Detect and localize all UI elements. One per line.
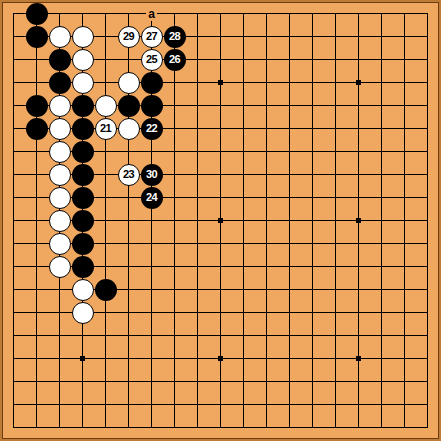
board-cell[interactable]: [416, 209, 439, 232]
board-cell[interactable]: [117, 324, 140, 347]
board-cell[interactable]: [209, 163, 232, 186]
board-cell[interactable]: [71, 94, 94, 117]
board-cell[interactable]: [232, 163, 255, 186]
board-cell[interactable]: [71, 2, 94, 25]
board-cell[interactable]: [370, 2, 393, 25]
board-cell[interactable]: [370, 25, 393, 48]
board-cell[interactable]: [347, 186, 370, 209]
board-cell[interactable]: [232, 25, 255, 48]
board-cell[interactable]: [347, 278, 370, 301]
board-cell[interactable]: [370, 163, 393, 186]
board-cell[interactable]: [393, 2, 416, 25]
board-cell[interactable]: [209, 2, 232, 25]
board-cell[interactable]: [232, 71, 255, 94]
board-cell[interactable]: [163, 301, 186, 324]
board-cell[interactable]: [117, 255, 140, 278]
board-cell[interactable]: [209, 71, 232, 94]
board-cell[interactable]: 27: [140, 25, 163, 48]
board-cell[interactable]: [278, 347, 301, 370]
board-cell[interactable]: [186, 48, 209, 71]
board-cell[interactable]: [186, 255, 209, 278]
board-cell[interactable]: 29: [117, 25, 140, 48]
board-cell[interactable]: [48, 94, 71, 117]
board-cell[interactable]: [393, 140, 416, 163]
board-cell[interactable]: [301, 2, 324, 25]
board-cell[interactable]: [393, 347, 416, 370]
board-cell[interactable]: [278, 232, 301, 255]
board-cell[interactable]: [2, 209, 25, 232]
board-cell[interactable]: [94, 94, 117, 117]
board-cell[interactable]: [2, 370, 25, 393]
board-cell[interactable]: [301, 255, 324, 278]
board-cell[interactable]: [278, 393, 301, 416]
board-cell[interactable]: [186, 278, 209, 301]
board-cell[interactable]: [301, 163, 324, 186]
board-cell[interactable]: [117, 71, 140, 94]
board-cell[interactable]: [117, 117, 140, 140]
board-cell[interactable]: [94, 71, 117, 94]
board-cell[interactable]: [370, 117, 393, 140]
board-cell[interactable]: [71, 347, 94, 370]
board-cell[interactable]: [324, 278, 347, 301]
board-cell[interactable]: [393, 163, 416, 186]
board-cell[interactable]: [140, 71, 163, 94]
board-cell[interactable]: [2, 278, 25, 301]
board-cell[interactable]: [48, 163, 71, 186]
board-cell[interactable]: [163, 393, 186, 416]
board-cell[interactable]: [140, 301, 163, 324]
board-cell[interactable]: [163, 140, 186, 163]
board-cell[interactable]: [324, 25, 347, 48]
board-cell[interactable]: [301, 140, 324, 163]
board-cell[interactable]: [370, 71, 393, 94]
board-cell[interactable]: [347, 163, 370, 186]
board-cell[interactable]: [232, 209, 255, 232]
board-cell[interactable]: [163, 2, 186, 25]
board-cell[interactable]: [48, 393, 71, 416]
board-cell[interactable]: [25, 209, 48, 232]
board-cell[interactable]: [94, 416, 117, 439]
board-cell[interactable]: [2, 48, 25, 71]
board-cell[interactable]: [94, 347, 117, 370]
board-cell[interactable]: [163, 232, 186, 255]
board-cell[interactable]: [25, 255, 48, 278]
board-cell[interactable]: [347, 370, 370, 393]
board-cell[interactable]: [209, 140, 232, 163]
board-cell[interactable]: [347, 48, 370, 71]
board-cell[interactable]: [301, 393, 324, 416]
board-cell[interactable]: [301, 347, 324, 370]
board-cell[interactable]: a: [140, 2, 163, 25]
board-cell[interactable]: [416, 2, 439, 25]
board-cell[interactable]: [94, 370, 117, 393]
board-cell[interactable]: [393, 324, 416, 347]
board-cell[interactable]: [232, 140, 255, 163]
board-cell[interactable]: [324, 2, 347, 25]
board-cell[interactable]: [48, 347, 71, 370]
board-cell[interactable]: [94, 232, 117, 255]
board-cell[interactable]: [94, 25, 117, 48]
board-cell[interactable]: [186, 186, 209, 209]
board-cell[interactable]: [2, 324, 25, 347]
board-cell[interactable]: [278, 117, 301, 140]
board-cell[interactable]: [324, 232, 347, 255]
board-cell[interactable]: 24: [140, 186, 163, 209]
board-cell[interactable]: [71, 25, 94, 48]
board-cell[interactable]: [71, 71, 94, 94]
board-cell[interactable]: 23: [117, 163, 140, 186]
board-cell[interactable]: [278, 324, 301, 347]
board-cell[interactable]: [232, 94, 255, 117]
board-cell[interactable]: [301, 94, 324, 117]
board-cell[interactable]: [163, 370, 186, 393]
board-cell[interactable]: [416, 416, 439, 439]
board-cell[interactable]: [416, 324, 439, 347]
board-cell[interactable]: [416, 186, 439, 209]
board-cell[interactable]: [324, 163, 347, 186]
board-cell[interactable]: [71, 163, 94, 186]
board-cell[interactable]: [278, 71, 301, 94]
board-cell[interactable]: [25, 324, 48, 347]
board-cell[interactable]: [163, 117, 186, 140]
board-cell[interactable]: [255, 393, 278, 416]
board-cell[interactable]: [278, 2, 301, 25]
board-cell[interactable]: [393, 370, 416, 393]
board-cell[interactable]: [25, 301, 48, 324]
board-cell[interactable]: [255, 347, 278, 370]
board-cell[interactable]: [117, 278, 140, 301]
board-cell[interactable]: [94, 209, 117, 232]
board-cell[interactable]: [25, 71, 48, 94]
board-cell[interactable]: [2, 163, 25, 186]
board-cell[interactable]: [25, 416, 48, 439]
board-cell[interactable]: [301, 232, 324, 255]
board-cell[interactable]: [255, 209, 278, 232]
board-cell[interactable]: [232, 48, 255, 71]
board-cell[interactable]: [301, 324, 324, 347]
board-cell[interactable]: [324, 186, 347, 209]
board-cell[interactable]: [393, 232, 416, 255]
board-cell[interactable]: [94, 393, 117, 416]
board-cell[interactable]: [393, 416, 416, 439]
board-cell[interactable]: [393, 255, 416, 278]
board-cell[interactable]: [370, 324, 393, 347]
board-cell[interactable]: [324, 393, 347, 416]
board-cell[interactable]: [48, 301, 71, 324]
board-cell[interactable]: [48, 140, 71, 163]
board-cell[interactable]: [209, 209, 232, 232]
board-cell[interactable]: [71, 140, 94, 163]
board-cell[interactable]: [2, 2, 25, 25]
board-cell[interactable]: [393, 48, 416, 71]
board-cell[interactable]: [186, 117, 209, 140]
board-cell[interactable]: [71, 324, 94, 347]
board-cell[interactable]: [324, 140, 347, 163]
board-cell[interactable]: [186, 393, 209, 416]
board-cell[interactable]: [71, 416, 94, 439]
board-cell[interactable]: [324, 347, 347, 370]
board-cell[interactable]: [370, 370, 393, 393]
board-cell[interactable]: [48, 416, 71, 439]
board-cell[interactable]: [186, 209, 209, 232]
board-cell[interactable]: [140, 324, 163, 347]
board-cell[interactable]: [48, 2, 71, 25]
board-cell[interactable]: [278, 301, 301, 324]
board-cell[interactable]: [301, 25, 324, 48]
board-cell[interactable]: [393, 94, 416, 117]
board-cell[interactable]: [71, 370, 94, 393]
board-cell[interactable]: [347, 393, 370, 416]
board-cell[interactable]: [347, 209, 370, 232]
board-cell[interactable]: [25, 163, 48, 186]
board-cell[interactable]: [416, 140, 439, 163]
board-cell[interactable]: [48, 48, 71, 71]
board-cell[interactable]: [209, 347, 232, 370]
board-cell[interactable]: [301, 117, 324, 140]
board-cell[interactable]: [347, 255, 370, 278]
board-cell[interactable]: [209, 324, 232, 347]
board-cell[interactable]: [117, 416, 140, 439]
board-cell[interactable]: [25, 117, 48, 140]
board-cell[interactable]: [117, 393, 140, 416]
board-cell[interactable]: [393, 209, 416, 232]
board-cell[interactable]: [25, 370, 48, 393]
board-cell[interactable]: [186, 163, 209, 186]
board-cell[interactable]: [209, 186, 232, 209]
board-cell[interactable]: [370, 209, 393, 232]
board-cell[interactable]: [94, 324, 117, 347]
board-cell[interactable]: [347, 71, 370, 94]
board-cell[interactable]: [232, 370, 255, 393]
board-cell[interactable]: [94, 163, 117, 186]
board-cell[interactable]: [2, 347, 25, 370]
board-cell[interactable]: [2, 255, 25, 278]
board-cell[interactable]: [301, 416, 324, 439]
board-cell[interactable]: 22: [140, 117, 163, 140]
board-cell[interactable]: [209, 301, 232, 324]
board-cell[interactable]: [324, 209, 347, 232]
board-cell[interactable]: [209, 25, 232, 48]
board-cell[interactable]: [209, 48, 232, 71]
board-cell[interactable]: [324, 370, 347, 393]
board-cell[interactable]: [393, 186, 416, 209]
board-cell[interactable]: [163, 186, 186, 209]
board-cell[interactable]: [324, 117, 347, 140]
board-cell[interactable]: [278, 255, 301, 278]
board-cell[interactable]: [324, 71, 347, 94]
board-cell[interactable]: [25, 140, 48, 163]
board-cell[interactable]: [324, 94, 347, 117]
board-cell[interactable]: [370, 416, 393, 439]
board-cell[interactable]: [232, 186, 255, 209]
board-cell[interactable]: [278, 370, 301, 393]
board-cell[interactable]: [117, 209, 140, 232]
board-cell[interactable]: [347, 2, 370, 25]
board-cell[interactable]: [255, 324, 278, 347]
board-cell[interactable]: [347, 232, 370, 255]
board-cell[interactable]: [117, 232, 140, 255]
board-cell[interactable]: [232, 324, 255, 347]
board-cell[interactable]: [370, 48, 393, 71]
board-cell[interactable]: [2, 140, 25, 163]
board-cell[interactable]: [117, 370, 140, 393]
board-cell[interactable]: [324, 255, 347, 278]
board-cell[interactable]: [232, 232, 255, 255]
board-cell[interactable]: [255, 416, 278, 439]
board-cell[interactable]: [278, 140, 301, 163]
board-cell[interactable]: [117, 301, 140, 324]
board-cell[interactable]: [370, 301, 393, 324]
board-cell[interactable]: [370, 393, 393, 416]
board-cell[interactable]: [416, 25, 439, 48]
board-cell[interactable]: [416, 255, 439, 278]
board-cell[interactable]: [324, 301, 347, 324]
board-cell[interactable]: [278, 25, 301, 48]
board-cell[interactable]: [163, 209, 186, 232]
board-cell[interactable]: [25, 2, 48, 25]
board-cell[interactable]: [25, 25, 48, 48]
board-cell[interactable]: [232, 347, 255, 370]
board-cell[interactable]: [48, 209, 71, 232]
board-cell[interactable]: [347, 25, 370, 48]
board-cell[interactable]: [94, 301, 117, 324]
board-cell[interactable]: [94, 278, 117, 301]
board-cell[interactable]: [255, 163, 278, 186]
board-cell[interactable]: 25: [140, 48, 163, 71]
board-cell[interactable]: [416, 393, 439, 416]
board-cell[interactable]: [2, 71, 25, 94]
board-cell[interactable]: [255, 255, 278, 278]
board-cell[interactable]: [301, 278, 324, 301]
board-cell[interactable]: [117, 2, 140, 25]
board-cell[interactable]: [48, 186, 71, 209]
board-cell[interactable]: [416, 278, 439, 301]
board-cell[interactable]: [232, 255, 255, 278]
board-cell[interactable]: [301, 186, 324, 209]
board-cell[interactable]: [255, 140, 278, 163]
board-cell[interactable]: [232, 393, 255, 416]
board-cell[interactable]: [186, 71, 209, 94]
board-cell[interactable]: [416, 370, 439, 393]
board-cell[interactable]: [278, 48, 301, 71]
board-cell[interactable]: [393, 71, 416, 94]
board-cell[interactable]: [25, 393, 48, 416]
board-cell[interactable]: [71, 393, 94, 416]
board-cell[interactable]: [278, 278, 301, 301]
board-cell[interactable]: [163, 324, 186, 347]
board-cell[interactable]: 21: [94, 117, 117, 140]
board-cell[interactable]: [370, 186, 393, 209]
board-cell[interactable]: [347, 324, 370, 347]
board-cell[interactable]: [48, 117, 71, 140]
board-cell[interactable]: [232, 117, 255, 140]
board-cell[interactable]: [324, 324, 347, 347]
board-cell[interactable]: [163, 347, 186, 370]
board-cell[interactable]: [186, 416, 209, 439]
board-cell[interactable]: [117, 48, 140, 71]
board-cell[interactable]: [186, 140, 209, 163]
board-cell[interactable]: [25, 232, 48, 255]
board-cell[interactable]: [255, 301, 278, 324]
board-cell[interactable]: [278, 163, 301, 186]
board-cell[interactable]: [94, 2, 117, 25]
board-cell[interactable]: [48, 25, 71, 48]
board-cell[interactable]: [71, 209, 94, 232]
board-cell[interactable]: [255, 48, 278, 71]
board-cell[interactable]: [25, 186, 48, 209]
board-cell[interactable]: [2, 232, 25, 255]
board-cell[interactable]: [393, 393, 416, 416]
board-cell[interactable]: [2, 94, 25, 117]
board-cell[interactable]: [140, 209, 163, 232]
board-cell[interactable]: [71, 186, 94, 209]
board-cell[interactable]: [163, 255, 186, 278]
board-cell[interactable]: [347, 347, 370, 370]
board-cell[interactable]: [117, 347, 140, 370]
board-cell[interactable]: [48, 71, 71, 94]
board-cell[interactable]: [71, 48, 94, 71]
board-cell[interactable]: [2, 301, 25, 324]
board-cell[interactable]: [140, 416, 163, 439]
board-cell[interactable]: [2, 393, 25, 416]
board-cell[interactable]: [186, 94, 209, 117]
board-cell[interactable]: [393, 117, 416, 140]
board-cell[interactable]: [324, 48, 347, 71]
board-cell[interactable]: [416, 71, 439, 94]
board-cell[interactable]: [232, 416, 255, 439]
board-cell[interactable]: [140, 347, 163, 370]
board-cell[interactable]: [393, 25, 416, 48]
board-cell[interactable]: [71, 232, 94, 255]
board-cell[interactable]: [370, 94, 393, 117]
board-cell[interactable]: [94, 140, 117, 163]
board-cell[interactable]: [209, 117, 232, 140]
board-cell[interactable]: [370, 232, 393, 255]
board-cell[interactable]: [416, 163, 439, 186]
board-cell[interactable]: [209, 278, 232, 301]
board-cell[interactable]: [255, 117, 278, 140]
board-cell[interactable]: [416, 94, 439, 117]
board-cell[interactable]: [255, 186, 278, 209]
board-cell[interactable]: [140, 393, 163, 416]
board-cell[interactable]: [48, 278, 71, 301]
board-cell[interactable]: [370, 347, 393, 370]
board-cell[interactable]: [25, 347, 48, 370]
board-cell[interactable]: [347, 416, 370, 439]
board-cell[interactable]: [301, 370, 324, 393]
board-cell[interactable]: [416, 301, 439, 324]
board-cell[interactable]: [209, 393, 232, 416]
board-cell[interactable]: [117, 140, 140, 163]
board-cell[interactable]: [48, 255, 71, 278]
board-cell[interactable]: [370, 278, 393, 301]
board-cell[interactable]: [117, 186, 140, 209]
board-cell[interactable]: [232, 2, 255, 25]
board-cell[interactable]: [255, 232, 278, 255]
board-cell[interactable]: [416, 232, 439, 255]
board-cell[interactable]: [416, 347, 439, 370]
board-cell[interactable]: [186, 301, 209, 324]
board-cell[interactable]: [140, 232, 163, 255]
board-cell[interactable]: [416, 117, 439, 140]
board-cell[interactable]: 28: [163, 25, 186, 48]
board-cell[interactable]: [2, 186, 25, 209]
board-cell[interactable]: [71, 117, 94, 140]
board-cell[interactable]: [232, 301, 255, 324]
board-cell[interactable]: [209, 416, 232, 439]
board-cell[interactable]: [163, 278, 186, 301]
board-cell[interactable]: [163, 416, 186, 439]
